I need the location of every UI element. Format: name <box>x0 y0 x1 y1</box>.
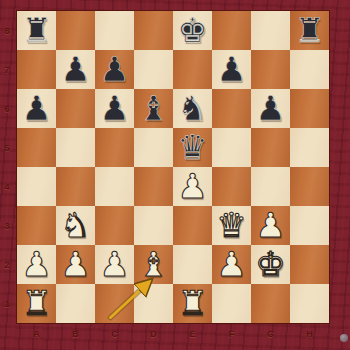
square-a1[interactable]: ♜ <box>17 284 56 323</box>
piece-black-pawn: ♟ <box>99 89 129 128</box>
square-e7[interactable] <box>173 50 212 89</box>
square-d6[interactable]: ♝ <box>134 89 173 128</box>
square-d7[interactable] <box>134 50 173 89</box>
piece-black-pawn: ♟ <box>216 50 246 89</box>
piece-white-pawn: ♟ <box>255 206 285 245</box>
square-h2[interactable] <box>290 245 329 284</box>
piece-white-pawn: ♟ <box>60 245 90 284</box>
piece-black-bishop: ♝ <box>138 89 168 128</box>
square-g2[interactable]: ♚ <box>251 245 290 284</box>
square-c7[interactable]: ♟ <box>95 50 134 89</box>
piece-black-pawn: ♟ <box>21 89 51 128</box>
square-c4[interactable] <box>95 167 134 206</box>
square-f5[interactable] <box>212 128 251 167</box>
square-c6[interactable]: ♟ <box>95 89 134 128</box>
square-d1[interactable] <box>134 284 173 323</box>
piece-black-pawn: ♟ <box>255 89 285 128</box>
square-e2[interactable] <box>173 245 212 284</box>
piece-black-pawn: ♟ <box>99 50 129 89</box>
square-d2[interactable]: ♝ <box>134 245 173 284</box>
square-a8[interactable]: ♜ <box>17 11 56 50</box>
piece-black-king: ♚ <box>177 11 207 50</box>
piece-white-pawn: ♟ <box>216 245 246 284</box>
square-a6[interactable]: ♟ <box>17 89 56 128</box>
piece-white-pawn: ♟ <box>21 245 51 284</box>
square-f1[interactable] <box>212 284 251 323</box>
square-b3[interactable]: ♞ <box>56 206 95 245</box>
piece-black-queen: ♛ <box>177 128 207 167</box>
square-e6[interactable]: ♞ <box>173 89 212 128</box>
square-h3[interactable] <box>290 206 329 245</box>
square-g3[interactable]: ♟ <box>251 206 290 245</box>
piece-white-pawn: ♟ <box>177 167 207 206</box>
piece-black-rook: ♜ <box>294 11 324 50</box>
square-f6[interactable] <box>212 89 251 128</box>
square-c2[interactable]: ♟ <box>95 245 134 284</box>
square-d3[interactable] <box>134 206 173 245</box>
square-d4[interactable] <box>134 167 173 206</box>
square-c8[interactable] <box>95 11 134 50</box>
rank-labels: 87654321 <box>0 11 17 323</box>
file-label-f: F <box>212 327 251 341</box>
file-label-d: D <box>134 327 173 341</box>
square-h1[interactable] <box>290 284 329 323</box>
rank-label-7: 7 <box>0 50 14 89</box>
square-e8[interactable]: ♚ <box>173 11 212 50</box>
rank-label-3: 3 <box>0 206 14 245</box>
piece-white-knight: ♞ <box>60 206 90 245</box>
file-labels: ABCDEFGH <box>17 325 329 345</box>
file-label-b: B <box>56 327 95 341</box>
piece-white-bishop: ♝ <box>138 245 168 284</box>
rank-label-6: 6 <box>0 89 14 128</box>
square-d8[interactable] <box>134 11 173 50</box>
square-b4[interactable] <box>56 167 95 206</box>
rank-label-5: 5 <box>0 128 14 167</box>
square-g7[interactable] <box>251 50 290 89</box>
square-b5[interactable] <box>56 128 95 167</box>
square-h5[interactable] <box>290 128 329 167</box>
square-b6[interactable] <box>56 89 95 128</box>
watermark-dot-icon <box>340 334 348 342</box>
square-d5[interactable] <box>134 128 173 167</box>
square-f4[interactable] <box>212 167 251 206</box>
rank-label-2: 2 <box>0 245 14 284</box>
square-b8[interactable] <box>56 11 95 50</box>
file-label-c: C <box>95 327 134 341</box>
piece-black-rook: ♜ <box>21 11 51 50</box>
piece-black-pawn: ♟ <box>60 50 90 89</box>
square-f7[interactable]: ♟ <box>212 50 251 89</box>
square-c1[interactable] <box>95 284 134 323</box>
square-f3[interactable]: ♛ <box>212 206 251 245</box>
file-label-a: A <box>17 327 56 341</box>
square-e4[interactable]: ♟ <box>173 167 212 206</box>
square-b2[interactable]: ♟ <box>56 245 95 284</box>
piece-white-pawn: ♟ <box>99 245 129 284</box>
square-c5[interactable] <box>95 128 134 167</box>
square-b7[interactable]: ♟ <box>56 50 95 89</box>
piece-white-king: ♚ <box>255 245 285 284</box>
square-h6[interactable] <box>290 89 329 128</box>
file-label-h: H <box>290 327 329 341</box>
piece-white-rook: ♜ <box>21 284 51 323</box>
square-a7[interactable] <box>17 50 56 89</box>
square-h7[interactable] <box>290 50 329 89</box>
file-label-g: G <box>251 327 290 341</box>
square-a4[interactable] <box>17 167 56 206</box>
square-g8[interactable] <box>251 11 290 50</box>
rank-label-8: 8 <box>0 11 14 50</box>
square-f8[interactable] <box>212 11 251 50</box>
square-e5[interactable]: ♛ <box>173 128 212 167</box>
square-g6[interactable]: ♟ <box>251 89 290 128</box>
piece-black-knight: ♞ <box>177 89 207 128</box>
square-a5[interactable] <box>17 128 56 167</box>
square-g5[interactable] <box>251 128 290 167</box>
square-a3[interactable] <box>17 206 56 245</box>
square-h4[interactable] <box>290 167 329 206</box>
square-a2[interactable]: ♟ <box>17 245 56 284</box>
square-c3[interactable] <box>95 206 134 245</box>
chess-board: ♜♚♜♟♟♟♟♟♝♞♟♛♟♞♛♟♟♟♟♝♟♚♜♜ <box>17 11 329 323</box>
board-frame: ♜♚♜♟♟♟♟♟♝♞♟♛♟♞♛♟♟♟♟♝♟♚♜♜ 87654321 ABCDEF… <box>0 0 350 350</box>
rank-label-4: 4 <box>0 167 14 206</box>
square-f2[interactable]: ♟ <box>212 245 251 284</box>
square-g4[interactable] <box>251 167 290 206</box>
rank-label-1: 1 <box>0 284 14 323</box>
square-e1[interactable]: ♜ <box>173 284 212 323</box>
square-g1[interactable] <box>251 284 290 323</box>
square-e3[interactable] <box>173 206 212 245</box>
piece-white-queen: ♛ <box>216 206 246 245</box>
piece-white-rook: ♜ <box>177 284 207 323</box>
file-label-e: E <box>173 327 212 341</box>
square-h8[interactable]: ♜ <box>290 11 329 50</box>
square-b1[interactable] <box>56 284 95 323</box>
